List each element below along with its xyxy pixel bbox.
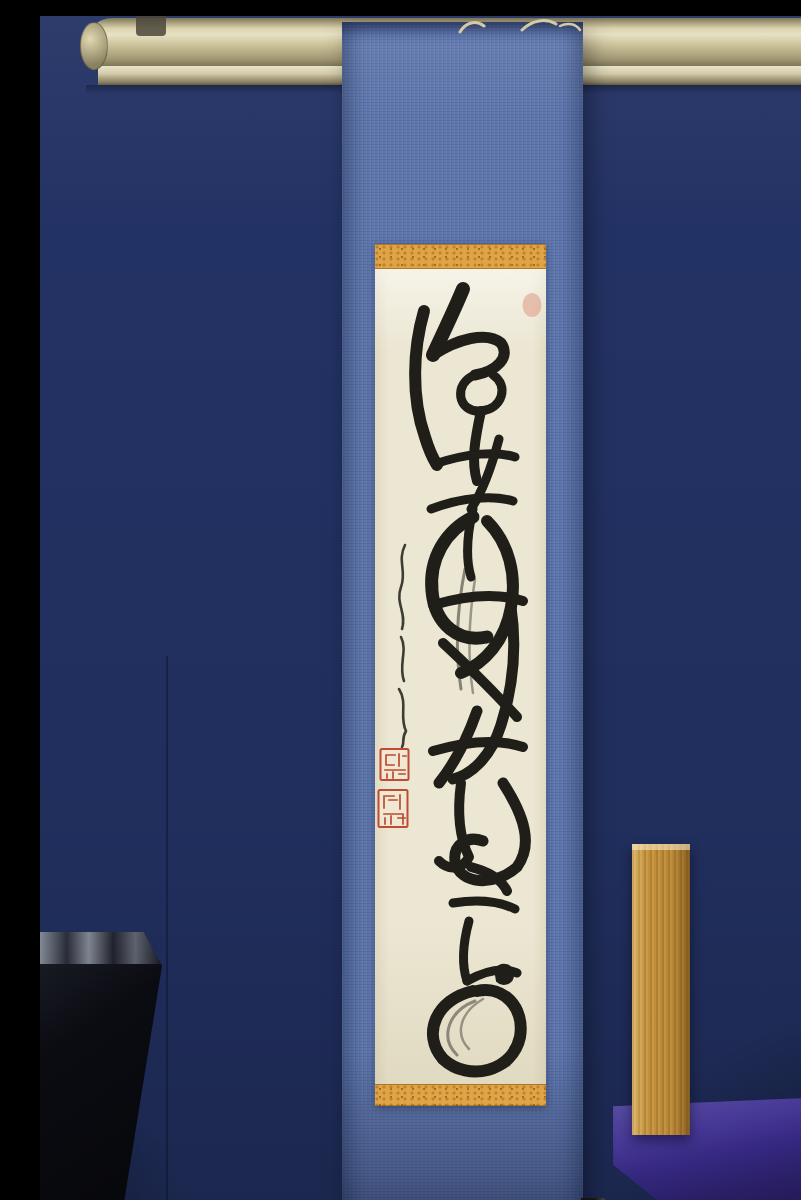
artwork-paper-panel [375,244,546,1106]
seal-square-lower [379,790,408,827]
wood-box-lid-top-edge [632,844,690,850]
ichimonji-band-top [375,244,546,269]
wood-box-lid [632,844,690,1135]
ichimonji-band-bottom [375,1084,546,1106]
seal-oval-faint [523,293,542,317]
wall-seam [166,656,168,1200]
dark-object-gloss-top [40,932,162,964]
window-blind-end-cap [80,22,108,70]
artwork-paper [375,269,546,1084]
window-blind-bracket [136,16,166,36]
seal-square-upper [381,749,409,780]
hanging-cord [452,18,582,34]
photo-scene: Japanese hanging scroll (kakejiku) with … [40,16,801,1200]
hanging-scroll [342,22,583,1200]
signature-column [399,545,406,747]
calligraphy-artwork [375,269,546,1084]
